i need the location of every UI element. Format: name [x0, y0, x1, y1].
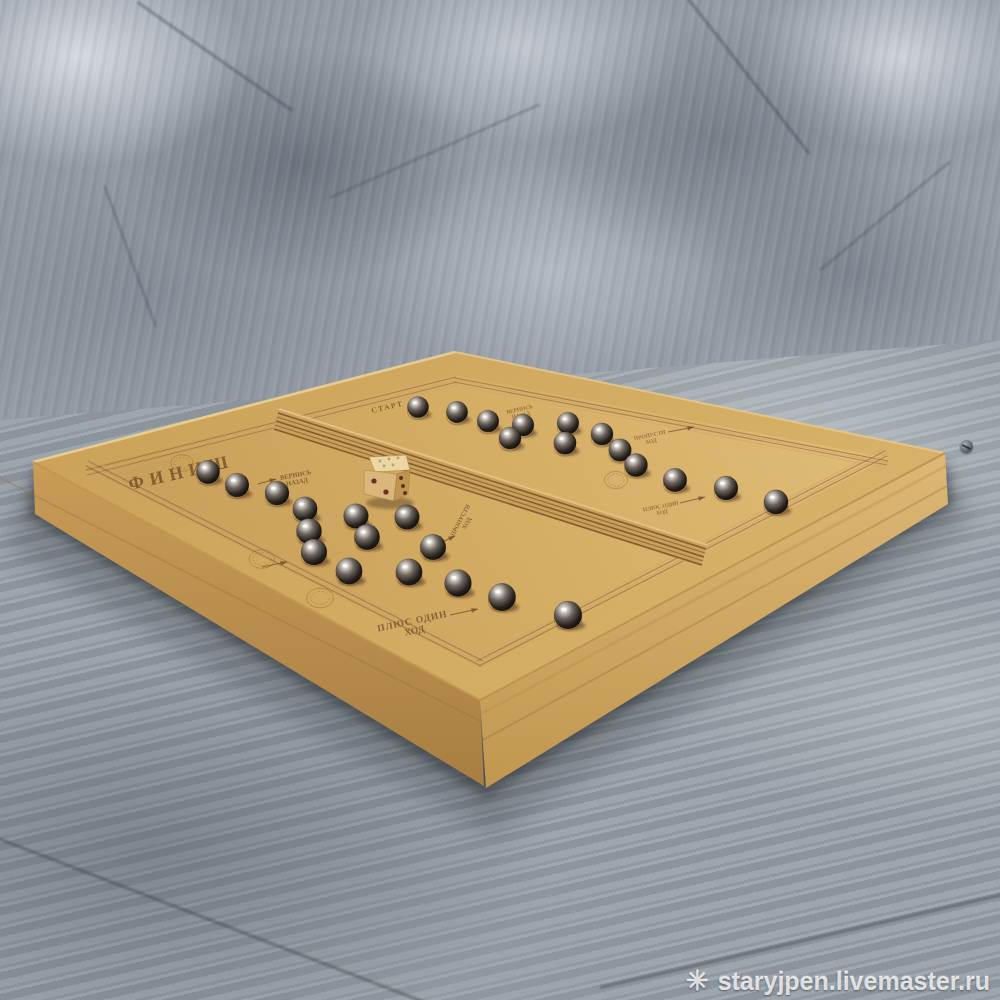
marble[interactable] — [557, 412, 579, 434]
die-top-face — [369, 455, 410, 472]
marble-highlight — [561, 607, 567, 611]
marble-highlight — [518, 419, 522, 422]
marble-highlight — [413, 401, 417, 404]
marble-highlight — [614, 444, 619, 447]
marble[interactable] — [591, 423, 613, 445]
marble-highlight — [342, 564, 347, 568]
marble-highlight — [299, 502, 304, 505]
marble-highlight — [669, 474, 674, 477]
die[interactable] — [364, 455, 414, 509]
marble-highlight — [504, 432, 508, 435]
marble[interactable] — [624, 453, 647, 476]
marble-highlight — [770, 495, 775, 498]
marble[interactable] — [714, 476, 738, 500]
marble-highlight — [452, 406, 456, 409]
marble-highlight — [231, 479, 236, 482]
marble[interactable] — [396, 559, 423, 586]
marble[interactable] — [477, 410, 499, 432]
snowflake-icon: ✳ — [686, 968, 709, 995]
marble[interactable] — [554, 601, 582, 629]
marble-highlight — [427, 540, 432, 544]
marble-highlight — [495, 590, 500, 594]
marble[interactable] — [420, 534, 446, 560]
marble[interactable] — [293, 497, 317, 521]
watermark-text: staryjpen.livemaster.ru — [718, 967, 990, 996]
marble[interactable] — [407, 396, 428, 417]
marble-highlight — [202, 466, 207, 469]
marble[interactable] — [225, 473, 249, 497]
marble[interactable] — [301, 539, 327, 565]
marble-highlight — [361, 530, 366, 534]
marble-highlight — [401, 510, 406, 513]
marble[interactable] — [663, 468, 687, 492]
marble[interactable] — [265, 481, 289, 505]
marble-highlight — [483, 415, 487, 418]
marble[interactable] — [764, 490, 788, 514]
watermark: ✳ staryjpen.livemaster.ru — [686, 967, 990, 996]
marble[interactable] — [488, 583, 515, 610]
marble[interactable] — [336, 558, 362, 584]
marble[interactable] — [499, 427, 521, 449]
marble-highlight — [271, 487, 276, 490]
marble-highlight — [303, 524, 308, 528]
marble-highlight — [563, 417, 567, 420]
marble[interactable] — [354, 524, 379, 549]
game-board: ФИНИШ СТАРТ ВЕРНИСЬ НАЗАД ПРОПУСТИ ХОД П… — [0, 0, 1000, 1000]
marble[interactable] — [445, 570, 472, 597]
marble-highlight — [630, 459, 635, 462]
marble[interactable] — [554, 432, 576, 454]
marble[interactable] — [446, 401, 467, 422]
marble-highlight — [308, 545, 313, 549]
marble[interactable] — [196, 460, 219, 483]
marble-highlight — [559, 437, 563, 440]
marble-highlight — [596, 428, 600, 431]
marble-highlight — [451, 576, 456, 580]
marble-highlight — [402, 565, 407, 569]
scene: ФИНИШ СТАРТ ВЕРНИСЬ НАЗАД ПРОПУСТИ ХОД П… — [0, 0, 1000, 1000]
marble-highlight — [350, 509, 355, 512]
marble-highlight — [720, 482, 725, 485]
